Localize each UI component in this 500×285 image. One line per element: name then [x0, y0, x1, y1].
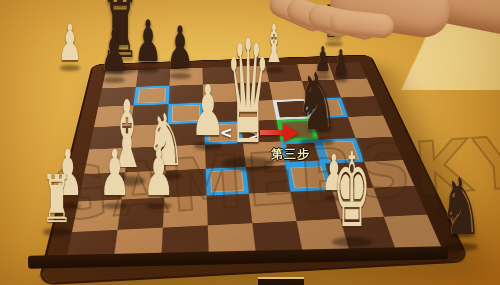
square-d2[interactable]	[207, 194, 253, 226]
black-knight-g4[interactable]: ♞	[296, 64, 339, 142]
white-pawn-c2[interactable]: ♟	[143, 142, 174, 206]
black-rook-h8[interactable]: ♜	[324, 0, 345, 44]
white-pawn-d4[interactable]: ♟	[191, 76, 225, 146]
square-e2[interactable]	[249, 192, 297, 224]
white-pawn-b2[interactable]: ♟	[99, 142, 130, 206]
black-pawn-b7[interactable]: ♟	[134, 13, 162, 70]
game-screen: GAMERSKY ♜♟♜♟♝♟♟♟♟♞♟♛♞♝♟♟♟♟♜♚♞ < > 第三步	[0, 0, 500, 285]
black-pawn-c7[interactable]: ♟	[166, 19, 194, 76]
square-h6[interactable]	[341, 96, 383, 117]
white-king-g1[interactable]: ♚	[333, 140, 370, 242]
tutorial-step-label: 第三步	[271, 146, 310, 163]
white-queen-e4[interactable]: ♛	[225, 21, 270, 164]
captured-black-knight: ♞	[440, 169, 483, 247]
ui-artifact	[258, 277, 304, 285]
white-rook-a1[interactable]: ♜	[42, 166, 73, 232]
black-pawn-a7[interactable]: ♟	[100, 23, 128, 80]
captured-white-pawn: ♟	[58, 18, 82, 68]
square-h2[interactable]	[373, 186, 427, 217]
square-h3[interactable]	[364, 160, 414, 188]
